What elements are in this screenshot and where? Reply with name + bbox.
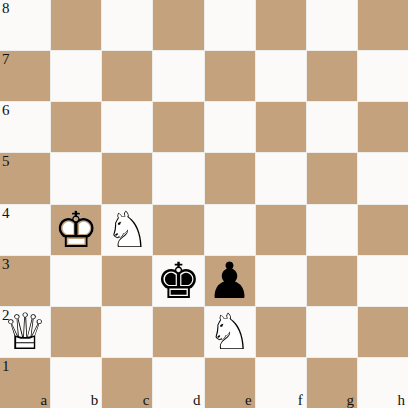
piece-white-knight[interactable]: ♞♘ [205,307,255,357]
square-g7[interactable] [307,51,357,101]
square-h8[interactable] [358,0,408,50]
file-label-e: e [245,392,252,408]
square-d6[interactable] [153,102,203,152]
square-g5[interactable] [307,153,357,203]
square-c6[interactable] [102,102,152,152]
piece-black-king[interactable]: ♚ [153,256,203,306]
square-d3[interactable]: ♚ [153,256,203,306]
square-h2[interactable] [358,307,408,357]
square-e5[interactable] [205,153,255,203]
rank-label-3: 3 [2,256,10,273]
square-g2[interactable] [307,307,357,357]
square-g8[interactable] [307,0,357,50]
square-a8[interactable]: 8 [0,0,50,50]
piece-black-pawn[interactable]: ♟ [205,256,255,306]
rank-label-5: 5 [2,153,10,170]
square-h3[interactable] [358,256,408,306]
piece-glyph-fill: ♚ [153,256,203,306]
square-c2[interactable] [102,307,152,357]
piece-glyph-outline: ♘ [205,307,255,357]
piece-glyph-outline: ♔ [51,205,101,255]
square-h5[interactable] [358,153,408,203]
square-f3[interactable] [256,256,306,306]
square-h6[interactable] [358,102,408,152]
piece-white-knight[interactable]: ♞♘ [102,205,152,255]
square-e3[interactable]: ♟ [205,256,255,306]
square-a2[interactable]: 2♛♕ [0,307,50,357]
square-h1[interactable]: h [358,358,408,408]
square-f2[interactable] [256,307,306,357]
piece-glyph-outline: ♘ [102,205,152,255]
chess-board: 87654♚♔♞♘3♚♟2♛♕♞♘1abcdefgh [0,0,408,408]
square-f7[interactable] [256,51,306,101]
square-d5[interactable] [153,153,203,203]
square-b8[interactable] [51,0,101,50]
square-g6[interactable] [307,102,357,152]
square-d4[interactable] [153,205,203,255]
file-label-a: a [40,392,47,408]
square-d7[interactable] [153,51,203,101]
square-e8[interactable] [205,0,255,50]
square-e6[interactable] [205,102,255,152]
file-label-h: h [398,392,406,408]
square-a4[interactable]: 4 [0,205,50,255]
rank-label-1: 1 [2,358,10,375]
file-label-g: g [346,392,354,408]
square-b5[interactable] [51,153,101,203]
square-b6[interactable] [51,102,101,152]
square-e7[interactable] [205,51,255,101]
piece-white-king[interactable]: ♚♔ [51,205,101,255]
square-e4[interactable] [205,205,255,255]
square-a7[interactable]: 7 [0,51,50,101]
square-a1[interactable]: 1a [0,358,50,408]
square-f5[interactable] [256,153,306,203]
square-b4[interactable]: ♚♔ [51,205,101,255]
rank-label-7: 7 [2,51,10,68]
square-g1[interactable]: g [307,358,357,408]
square-c5[interactable] [102,153,152,203]
square-c7[interactable] [102,51,152,101]
square-g4[interactable] [307,205,357,255]
square-c8[interactable] [102,0,152,50]
square-e1[interactable]: e [205,358,255,408]
square-a6[interactable]: 6 [0,102,50,152]
piece-glyph-fill: ♟ [205,256,255,306]
square-a5[interactable]: 5 [0,153,50,203]
square-b2[interactable] [51,307,101,357]
chess-board-grid: 87654♚♔♞♘3♚♟2♛♕♞♘1abcdefgh [0,0,408,408]
square-f6[interactable] [256,102,306,152]
square-c3[interactable] [102,256,152,306]
rank-label-4: 4 [2,205,10,222]
square-d8[interactable] [153,0,203,50]
square-f8[interactable] [256,0,306,50]
square-b1[interactable]: b [51,358,101,408]
square-g3[interactable] [307,256,357,306]
square-f1[interactable]: f [256,358,306,408]
file-label-d: d [193,392,201,408]
rank-label-8: 8 [2,0,10,17]
file-label-f: f [298,392,303,408]
square-b3[interactable] [51,256,101,306]
rank-label-6: 6 [2,102,10,119]
square-c4[interactable]: ♞♘ [102,205,152,255]
file-label-c: c [143,392,150,408]
square-d1[interactable]: d [153,358,203,408]
square-e2[interactable]: ♞♘ [205,307,255,357]
rank-label-2: 2 [2,307,10,324]
square-a3[interactable]: 3 [0,256,50,306]
file-label-b: b [91,392,99,408]
square-c1[interactable]: c [102,358,152,408]
square-d2[interactable] [153,307,203,357]
square-h4[interactable] [358,205,408,255]
square-f4[interactable] [256,205,306,255]
square-h7[interactable] [358,51,408,101]
square-b7[interactable] [51,51,101,101]
